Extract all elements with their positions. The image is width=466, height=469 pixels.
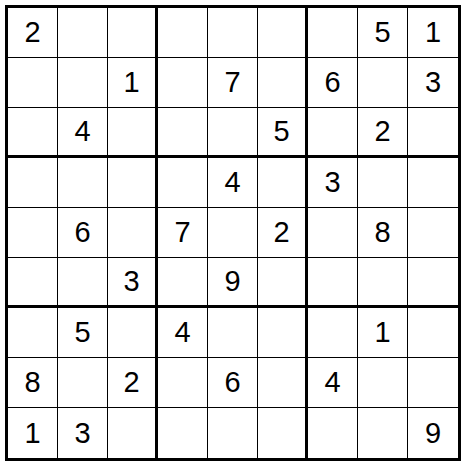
cell-r4c4[interactable] — [158, 158, 208, 208]
cell-r2c3[interactable]: 1 — [108, 58, 158, 108]
cell-r5c7[interactable] — [308, 208, 358, 258]
cell-r4c8[interactable] — [358, 158, 408, 208]
cell-r3c7[interactable] — [308, 108, 358, 158]
cell-r2c5[interactable]: 7 — [208, 58, 258, 108]
cell-r3c5[interactable] — [208, 108, 258, 158]
cell-r4c3[interactable] — [108, 158, 158, 208]
cell-r1c9[interactable]: 1 — [408, 8, 458, 58]
cell-r2c7[interactable]: 6 — [308, 58, 358, 108]
cell-r7c8[interactable]: 1 — [358, 308, 408, 358]
cell-r6c5[interactable]: 9 — [208, 258, 258, 308]
cell-r5c2[interactable]: 6 — [58, 208, 108, 258]
cell-r4c5[interactable]: 4 — [208, 158, 258, 208]
cell-r8c6[interactable] — [258, 358, 308, 408]
cell-r5c5[interactable] — [208, 208, 258, 258]
cell-r4c6[interactable] — [258, 158, 308, 208]
cell-r4c7[interactable]: 3 — [308, 158, 358, 208]
cell-r8c8[interactable] — [358, 358, 408, 408]
cell-r4c9[interactable] — [408, 158, 458, 208]
cell-r9c4[interactable] — [158, 408, 208, 458]
cell-r3c1[interactable] — [8, 108, 58, 158]
cell-r2c6[interactable] — [258, 58, 308, 108]
cell-r8c9[interactable] — [408, 358, 458, 408]
sudoku-page: 2511763452436728395418264139 — [0, 0, 466, 469]
cell-r6c8[interactable] — [358, 258, 408, 308]
cell-r6c1[interactable] — [8, 258, 58, 308]
sudoku-board: 2511763452436728395418264139 — [5, 5, 461, 461]
cell-r7c6[interactable] — [258, 308, 308, 358]
cell-r3c3[interactable] — [108, 108, 158, 158]
cell-r6c4[interactable] — [158, 258, 208, 308]
cell-r6c9[interactable] — [408, 258, 458, 308]
cell-r1c4[interactable] — [158, 8, 208, 58]
cell-r9c3[interactable] — [108, 408, 158, 458]
cell-r8c3[interactable]: 2 — [108, 358, 158, 408]
cell-r7c3[interactable] — [108, 308, 158, 358]
cell-r8c7[interactable]: 4 — [308, 358, 358, 408]
cell-r1c1[interactable]: 2 — [8, 8, 58, 58]
cell-r1c2[interactable] — [58, 8, 108, 58]
cell-r3c4[interactable] — [158, 108, 208, 158]
cell-r5c8[interactable]: 8 — [358, 208, 408, 258]
cell-r6c3[interactable]: 3 — [108, 258, 158, 308]
cell-r9c6[interactable] — [258, 408, 308, 458]
cell-r2c2[interactable] — [58, 58, 108, 108]
cell-r9c5[interactable] — [208, 408, 258, 458]
cell-r9c2[interactable]: 3 — [58, 408, 108, 458]
cell-r9c1[interactable]: 1 — [8, 408, 58, 458]
cell-r8c5[interactable]: 6 — [208, 358, 258, 408]
cell-r7c4[interactable]: 4 — [158, 308, 208, 358]
cell-r7c1[interactable] — [8, 308, 58, 358]
cell-r8c2[interactable] — [58, 358, 108, 408]
cell-r2c8[interactable] — [358, 58, 408, 108]
cell-r8c4[interactable] — [158, 358, 208, 408]
cell-r3c9[interactable] — [408, 108, 458, 158]
cell-r2c9[interactable]: 3 — [408, 58, 458, 108]
cell-r1c5[interactable] — [208, 8, 258, 58]
cell-r2c4[interactable] — [158, 58, 208, 108]
cell-r5c3[interactable] — [108, 208, 158, 258]
cell-r1c8[interactable]: 5 — [358, 8, 408, 58]
cell-r5c9[interactable] — [408, 208, 458, 258]
cell-r1c7[interactable] — [308, 8, 358, 58]
cell-r5c1[interactable] — [8, 208, 58, 258]
cell-r7c5[interactable] — [208, 308, 258, 358]
cell-r4c2[interactable] — [58, 158, 108, 208]
cell-r9c8[interactable] — [358, 408, 408, 458]
cell-r7c7[interactable] — [308, 308, 358, 358]
cell-r5c4[interactable]: 7 — [158, 208, 208, 258]
cell-r3c6[interactable]: 5 — [258, 108, 308, 158]
cell-r9c9[interactable]: 9 — [408, 408, 458, 458]
cell-r1c6[interactable] — [258, 8, 308, 58]
cell-r9c7[interactable] — [308, 408, 358, 458]
cell-r5c6[interactable]: 2 — [258, 208, 308, 258]
cell-r3c2[interactable]: 4 — [58, 108, 108, 158]
cell-r4c1[interactable] — [8, 158, 58, 208]
cell-r1c3[interactable] — [108, 8, 158, 58]
cell-r6c2[interactable] — [58, 258, 108, 308]
cell-r6c7[interactable] — [308, 258, 358, 308]
cell-r7c2[interactable]: 5 — [58, 308, 108, 358]
cell-r8c1[interactable]: 8 — [8, 358, 58, 408]
cell-r6c6[interactable] — [258, 258, 308, 308]
cell-r2c1[interactable] — [8, 58, 58, 108]
cell-r3c8[interactable]: 2 — [358, 108, 408, 158]
cell-r7c9[interactable] — [408, 308, 458, 358]
